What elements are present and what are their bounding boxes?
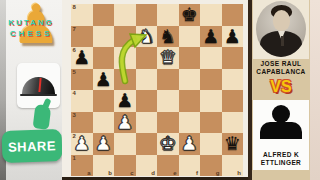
portrait-oval [256,1,306,57]
square-c7 [114,26,136,48]
rank-label-4: 4 [73,90,76,96]
square-d6 [136,47,158,69]
black-pawn-b5: ♟ [93,69,115,91]
square-h5 [222,69,244,91]
square-b7 [93,26,115,48]
square-d7: ♞ [136,26,158,48]
square-h4 [222,90,244,112]
square-f8: ♚ [179,4,201,26]
square-g4 [200,90,222,112]
square-a2: 2♟ [71,133,93,155]
vs-label: VS [252,78,310,96]
silhouette-head [272,105,290,123]
square-d5 [136,69,158,91]
square-a7: 7 [71,26,93,48]
rank-label-8: 8 [73,4,76,10]
capablanca-portrait [253,0,309,59]
file-label-c: c [130,170,133,176]
square-h1: h [222,155,244,177]
left-sidebar: ♟ KUTANG CHESS SHARE [0,0,62,180]
square-g1: g [200,155,222,177]
square-g7: ♟ [200,26,222,48]
player-bottom-name-line2: ETTLINGER [253,159,309,167]
square-c1: c [114,155,136,177]
white-pawn-f2: ♟ [179,133,201,155]
right-panel: JOSE RAUL CAPABLANCA VS ALFRED K ETTLING… [252,0,320,180]
board-frame: 8♚7♞♞♟♟6♟♛5♟4♟3♟2♟♟♚♟♛1abcdefgh [62,0,248,180]
square-a4: 4 [71,90,93,112]
share-label: SHARE [8,138,57,155]
player-top-name-line2: CAPABLANCA [252,68,310,76]
square-b1: b [93,155,115,177]
player-bottom-name: ALFRED K ETTLINGER [253,151,309,167]
file-label-e: e [173,170,176,176]
square-g6 [200,47,222,69]
square-e4 [157,90,179,112]
square-e2: ♚ [157,133,179,155]
file-label-a: a [87,170,90,176]
square-e7: ♞ [157,26,179,48]
timer-gauge-icon [17,63,60,108]
file-label-h: h [237,170,241,176]
square-h2: ♛ [222,133,244,155]
rank-label-3: 3 [73,112,76,118]
square-c4: ♟ [114,90,136,112]
portrait-face [273,10,290,31]
white-pawn-a2: ♟ [71,133,93,155]
square-c6 [114,47,136,69]
square-b2: ♟ [93,133,115,155]
rank-label-1: 1 [73,155,76,161]
square-g2 [200,133,222,155]
square-f6 [179,47,201,69]
file-label-g: g [216,170,220,176]
square-a8: 8 [71,4,93,26]
square-g3 [200,112,222,134]
silhouette-shoulders [260,122,302,139]
gauge-base [20,94,57,96]
white-king-e2: ♚ [157,133,179,155]
black-pawn-g7: ♟ [200,26,222,48]
square-h6 [222,47,244,69]
file-label-b: b [108,170,112,176]
black-queen-h2: ♛ [222,133,244,155]
square-e6: ♛ [157,47,179,69]
black-knight-e7: ♞ [157,26,179,48]
file-label-f: f [196,170,198,176]
square-b3 [93,112,115,134]
square-c3: ♟ [114,112,136,134]
square-c8 [114,4,136,26]
square-e5 [157,69,179,91]
square-h8 [222,4,244,26]
square-f4 [179,90,201,112]
white-knight-d7: ♞ [136,26,158,48]
black-king-f8: ♚ [179,4,201,26]
square-b6 [93,47,115,69]
square-d2 [136,133,158,155]
square-g5 [200,69,222,91]
player-top-name: JOSE RAUL CAPABLANCA [252,60,310,76]
channel-name-line2: CHESS [0,29,62,38]
square-f3 [179,112,201,134]
black-pawn-a6: ♟ [71,47,93,69]
file-label-d: d [151,170,155,176]
channel-name-line1: KUTANG [0,18,62,27]
square-b5: ♟ [93,69,115,91]
chess-board: 8♚7♞♞♟♟6♟♛5♟4♟3♟2♟♟♚♟♛1abcdefgh [71,4,243,176]
square-a3: 3 [71,112,93,134]
square-c5 [114,69,136,91]
square-h7: ♟ [222,26,244,48]
white-pawn-c3: ♟ [114,112,136,134]
square-d3 [136,112,158,134]
fist-hand-icon [33,104,52,130]
square-d4 [136,90,158,112]
board-bottom-shadow [62,177,248,180]
square-f5 [179,69,201,91]
panel-edge-strip [310,0,320,180]
square-d1: d [136,155,158,177]
square-e1: e [157,155,179,177]
portrait-tie [281,36,284,46]
white-queen-e6: ♛ [157,47,179,69]
square-e8 [157,4,179,26]
rank-label-5: 5 [73,69,76,75]
square-g8 [200,4,222,26]
square-f2: ♟ [179,133,201,155]
square-c2 [114,133,136,155]
square-h3 [222,112,244,134]
square-b8 [93,4,115,26]
white-pawn-b2: ♟ [93,133,115,155]
square-f1: f [179,155,201,177]
square-a1: 1a [71,155,93,177]
player-bottom-name-line1: ALFRED K [253,151,309,159]
square-a5: 5 [71,69,93,91]
player-top-name-line1: JOSE RAUL [252,60,310,68]
square-d8 [136,4,158,26]
square-f7 [179,26,201,48]
share-button[interactable]: SHARE [1,129,62,163]
black-pawn-h7: ♟ [222,26,244,48]
square-e3 [157,112,179,134]
rank-label-7: 7 [73,26,76,32]
square-b4 [93,90,115,112]
square-a6: 6♟ [71,47,93,69]
black-pawn-c4: ♟ [114,90,136,112]
